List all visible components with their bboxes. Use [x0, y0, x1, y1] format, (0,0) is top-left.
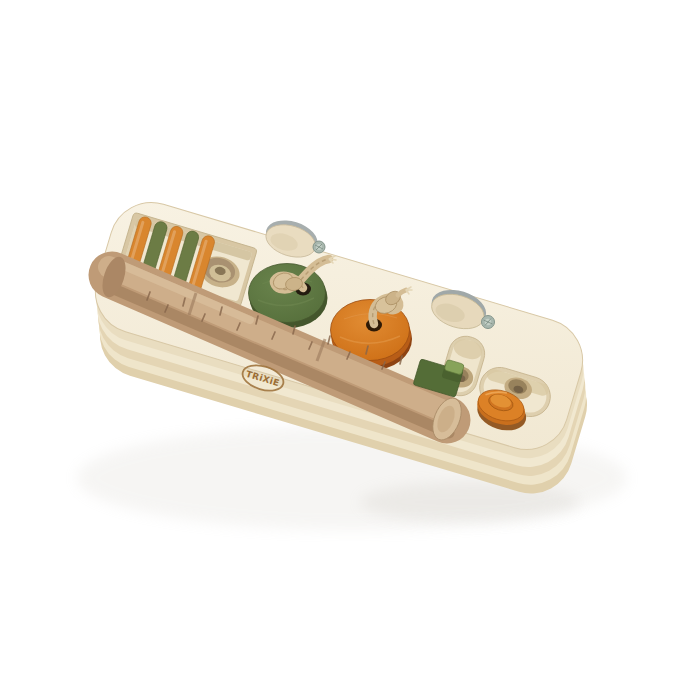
- lid-screw-left: [313, 241, 325, 253]
- lid-screw-right: [482, 316, 495, 329]
- snack-board-illustration: TRiXiE: [0, 0, 700, 700]
- product-photo-stage: TRiXiE: [0, 0, 700, 700]
